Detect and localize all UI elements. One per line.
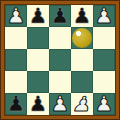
board-frame: ♟♟♟♟♟♟♟♟♟♟	[0, 0, 120, 120]
square-r3c2[interactable]	[27, 49, 49, 71]
black-pawn[interactable]: ♟	[29, 94, 48, 115]
square-r5c4[interactable]: ♟	[71, 93, 93, 115]
white-pawn[interactable]: ♟	[70, 94, 94, 114]
square-r3c4[interactable]	[71, 49, 93, 71]
square-r5c2[interactable]: ♟	[27, 93, 49, 115]
square-r4c2[interactable]	[27, 71, 49, 93]
black-pawn[interactable]: ♟	[73, 6, 92, 27]
white-pawn[interactable]: ♟	[7, 6, 26, 27]
square-r3c5[interactable]	[93, 49, 115, 71]
gold-ball[interactable]	[72, 28, 92, 48]
square-r4c1[interactable]	[5, 71, 27, 93]
square-r3c3[interactable]	[49, 49, 71, 71]
black-pawn[interactable]: ♟	[7, 94, 26, 115]
square-r1c2[interactable]: ♟	[27, 5, 49, 27]
square-r2c2[interactable]	[27, 27, 49, 49]
square-r2c4[interactable]	[71, 27, 93, 49]
white-pawn[interactable]: ♟	[51, 94, 70, 115]
square-r1c4[interactable]: ♟	[71, 5, 93, 27]
square-r5c5[interactable]: ♟	[93, 93, 115, 115]
black-pawn[interactable]: ♟	[51, 6, 70, 27]
square-r4c3[interactable]	[49, 71, 71, 93]
square-r2c5[interactable]	[93, 27, 115, 49]
square-r1c1[interactable]: ♟	[5, 5, 27, 27]
square-r4c4[interactable]	[71, 71, 93, 93]
square-r3c1[interactable]	[5, 49, 27, 71]
square-r2c1[interactable]	[5, 27, 27, 49]
square-r2c3[interactable]	[49, 27, 71, 49]
square-r1c3[interactable]: ♟	[49, 5, 71, 27]
white-pawn[interactable]: ♟	[95, 94, 114, 115]
square-r5c3[interactable]: ♟	[49, 93, 71, 115]
square-r1c5[interactable]: ♟	[93, 5, 115, 27]
square-r4c5[interactable]	[93, 71, 115, 93]
game-board: ♟♟♟♟♟♟♟♟♟♟	[5, 5, 115, 115]
black-pawn[interactable]: ♟	[29, 6, 48, 27]
square-r5c1[interactable]: ♟	[5, 93, 27, 115]
white-pawn[interactable]: ♟	[95, 6, 114, 27]
